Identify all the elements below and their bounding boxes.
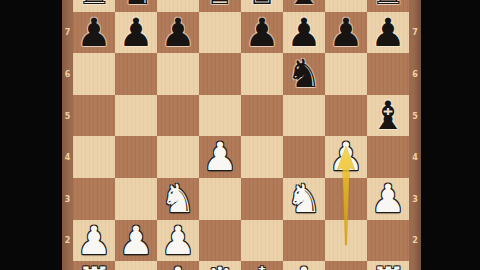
square-h7[interactable]: ♟ [367,12,409,54]
square-h5[interactable]: ♝ [367,95,409,137]
letterbox-right [421,0,480,270]
square-f4[interactable] [283,136,325,178]
piece-white-rook: ♜ [367,261,409,270]
piece-black-pawn: ♟ [325,12,367,54]
board-squares: ♜♞♛♚♝♜♟♟♟♟♟♟♟♞♝♟♟♞♞♟♟♟♟♜♝♛♚♝♜ [73,0,409,270]
square-b2[interactable]: ♟ [115,220,157,262]
piece-black-pawn: ♟ [283,12,325,54]
rank-label-7-left: 7 [62,28,73,37]
square-b5[interactable] [115,95,157,137]
square-a2[interactable]: ♟ [73,220,115,262]
piece-black-rook: ♜ [367,0,409,12]
board-frame: ♜♞♛♚♝♜♟♟♟♟♟♟♟♞♝♟♟♞♞♟♟♟♟♜♝♛♚♝♜ 8877665544… [62,0,421,270]
square-c6[interactable] [157,53,199,95]
square-c8[interactable] [157,0,199,12]
square-c5[interactable] [157,95,199,137]
square-a5[interactable] [73,95,115,137]
square-a4[interactable] [73,136,115,178]
square-g8[interactable] [325,0,367,12]
letterbox-left [0,0,62,270]
piece-white-pawn: ♟ [73,220,115,262]
piece-black-bishop: ♝ [367,95,409,137]
square-h4[interactable] [367,136,409,178]
square-g3[interactable] [325,178,367,220]
piece-black-king: ♚ [241,0,283,12]
square-a1[interactable]: ♜ [73,261,115,270]
square-a3[interactable] [73,178,115,220]
square-g6[interactable] [325,53,367,95]
piece-white-pawn: ♟ [199,136,241,178]
square-b7[interactable]: ♟ [115,12,157,54]
piece-white-pawn: ♟ [157,220,199,262]
square-b3[interactable] [115,178,157,220]
piece-white-king: ♚ [241,261,283,270]
piece-black-pawn: ♟ [73,12,115,54]
square-b8[interactable]: ♞ [115,0,157,12]
piece-white-knight: ♞ [157,178,199,220]
square-e3[interactable] [241,178,283,220]
square-g4[interactable]: ♟ [325,136,367,178]
square-b1[interactable] [115,261,157,270]
square-d3[interactable] [199,178,241,220]
rank-label-7-right: 7 [409,28,421,37]
square-f5[interactable] [283,95,325,137]
square-f8[interactable]: ♝ [283,0,325,12]
rank-label-3-left: 3 [62,194,73,203]
square-h6[interactable] [367,53,409,95]
square-g2[interactable] [325,220,367,262]
square-a6[interactable] [73,53,115,95]
square-e1[interactable]: ♚ [241,261,283,270]
piece-white-bishop: ♝ [157,261,199,270]
rank-label-2-right: 2 [409,236,421,245]
square-h2[interactable] [367,220,409,262]
square-e8[interactable]: ♚ [241,0,283,12]
rank-label-4-right: 4 [409,153,421,162]
rank-label-5-right: 5 [409,111,421,120]
piece-black-knight: ♞ [115,0,157,12]
square-h1[interactable]: ♜ [367,261,409,270]
square-c1[interactable]: ♝ [157,261,199,270]
chess-thumbnail: ♜♞♛♚♝♜♟♟♟♟♟♟♟♞♝♟♟♞♞♟♟♟♟♜♝♛♚♝♜ 8877665544… [0,0,480,270]
square-a8[interactable]: ♜ [73,0,115,12]
square-d4[interactable]: ♟ [199,136,241,178]
square-c7[interactable]: ♟ [157,12,199,54]
square-e4[interactable] [241,136,283,178]
square-e2[interactable] [241,220,283,262]
piece-black-rook: ♜ [73,0,115,12]
square-c3[interactable]: ♞ [157,178,199,220]
square-f6[interactable]: ♞ [283,53,325,95]
square-f7[interactable]: ♟ [283,12,325,54]
square-c4[interactable] [157,136,199,178]
piece-white-pawn: ♟ [325,136,367,178]
piece-black-pawn: ♟ [241,12,283,54]
square-f3[interactable]: ♞ [283,178,325,220]
rank-label-2-left: 2 [62,236,73,245]
rank-label-6-left: 6 [62,70,73,79]
piece-black-pawn: ♟ [115,12,157,54]
square-d5[interactable] [199,95,241,137]
square-e5[interactable] [241,95,283,137]
square-d2[interactable] [199,220,241,262]
square-b4[interactable] [115,136,157,178]
rank-label-5-left: 5 [62,111,73,120]
piece-black-pawn: ♟ [367,12,409,54]
square-e7[interactable]: ♟ [241,12,283,54]
piece-white-knight: ♞ [283,178,325,220]
piece-white-queen: ♛ [199,261,241,270]
square-d1[interactable]: ♛ [199,261,241,270]
piece-black-bishop: ♝ [283,0,325,12]
piece-black-pawn: ♟ [157,12,199,54]
square-g1[interactable] [325,261,367,270]
piece-white-pawn: ♟ [115,220,157,262]
piece-black-queen: ♛ [199,0,241,12]
square-a7[interactable]: ♟ [73,12,115,54]
square-c2[interactable]: ♟ [157,220,199,262]
square-f1[interactable]: ♝ [283,261,325,270]
rank-label-3-right: 3 [409,194,421,203]
square-h8[interactable]: ♜ [367,0,409,12]
piece-white-bishop: ♝ [283,261,325,270]
square-b6[interactable] [115,53,157,95]
square-d8[interactable]: ♛ [199,0,241,12]
square-g5[interactable] [325,95,367,137]
square-d7[interactable] [199,12,241,54]
square-h3[interactable]: ♟ [367,178,409,220]
square-d6[interactable] [199,53,241,95]
piece-black-knight: ♞ [283,53,325,95]
square-f2[interactable] [283,220,325,262]
piece-white-pawn: ♟ [367,178,409,220]
square-g7[interactable]: ♟ [325,12,367,54]
piece-white-rook: ♜ [73,261,115,270]
square-e6[interactable] [241,53,283,95]
rank-label-6-right: 6 [409,70,421,79]
rank-label-4-left: 4 [62,153,73,162]
